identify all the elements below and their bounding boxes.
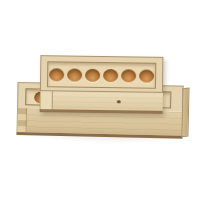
pit-row — [48, 62, 155, 87]
bottom-tray-right-side — [181, 88, 189, 138]
top-tray-recess — [47, 61, 156, 89]
pit-6[interactable] — [139, 69, 154, 82]
pit-1[interactable] — [49, 68, 64, 81]
wood-knot — [116, 100, 120, 103]
top-tray — [40, 55, 164, 114]
pit-4[interactable] — [103, 69, 118, 82]
top-tray-corner-block — [41, 91, 53, 109]
finger-joints — [17, 108, 27, 132]
mancala-box-photo — [0, 0, 200, 200]
pit-2[interactable] — [67, 68, 82, 81]
pit-5[interactable] — [121, 69, 136, 82]
pit-3[interactable] — [85, 68, 100, 81]
top-tray-frame — [40, 55, 163, 93]
top-tray-front-face — [40, 91, 163, 111]
